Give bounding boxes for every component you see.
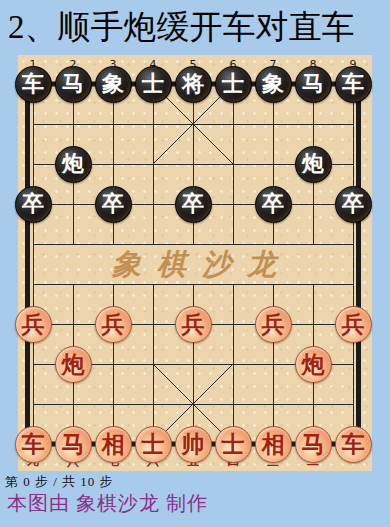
board: 象棋沙龙 123456789 九八七六五四三二一 车马象士将士象马车炮炮卒卒卒卒…	[18, 55, 372, 471]
xiangqi-piece-black: 士	[215, 66, 252, 103]
xiangqi-piece-red: 士	[215, 426, 252, 463]
page-title: 2、顺手炮缓开车对直车	[8, 8, 386, 46]
xiangqi-piece-red: 相	[255, 426, 292, 463]
xiangqi-piece-black: 炮	[295, 146, 332, 183]
xiangqi-piece-red: 士	[135, 426, 172, 463]
xiangqi-piece-black: 卒	[335, 186, 372, 223]
xiangqi-piece-red: 车	[15, 426, 52, 463]
xiangqi-piece-red: 兵	[255, 306, 292, 343]
xiangqi-piece-black: 马	[55, 66, 92, 103]
xiangqi-piece-black: 卒	[175, 186, 212, 223]
river-watermark: 象棋沙龙	[18, 245, 372, 283]
xiangqi-piece-black: 车	[335, 66, 372, 103]
credit-line: 本图由 象棋沙龙 制作	[7, 490, 208, 517]
xiangqi-piece-black: 炮	[55, 146, 92, 183]
xiangqi-piece-black: 卒	[255, 186, 292, 223]
xiangqi-piece-red: 马	[295, 426, 332, 463]
move-counter: 第 0 步 / 共 10 步	[5, 473, 114, 491]
xiangqi-piece-black: 士	[135, 66, 172, 103]
xiangqi-piece-black: 车	[15, 66, 52, 103]
xiangqi-piece-black: 卒	[95, 186, 132, 223]
xiangqi-piece-black: 象	[255, 66, 292, 103]
xiangqi-piece-red: 车	[335, 426, 372, 463]
xiangqi-piece-red: 兵	[175, 306, 212, 343]
xiangqi-piece-red: 兵	[95, 306, 132, 343]
xiangqi-piece-red: 相	[95, 426, 132, 463]
xiangqi-piece-red: 炮	[55, 346, 92, 383]
xiangqi-piece-black: 卒	[15, 186, 52, 223]
xiangqi-piece-black: 马	[295, 66, 332, 103]
xiangqi-piece-black: 象	[95, 66, 132, 103]
xiangqi-piece-red: 马	[55, 426, 92, 463]
page: 2、顺手炮缓开车对直车	[0, 0, 390, 527]
xiangqi-piece-black: 将	[175, 66, 212, 103]
xiangqi-piece-red: 兵	[335, 306, 372, 343]
xiangqi-piece-red: 帅	[175, 426, 212, 463]
xiangqi-piece-red: 兵	[15, 306, 52, 343]
xiangqi-piece-red: 炮	[295, 346, 332, 383]
